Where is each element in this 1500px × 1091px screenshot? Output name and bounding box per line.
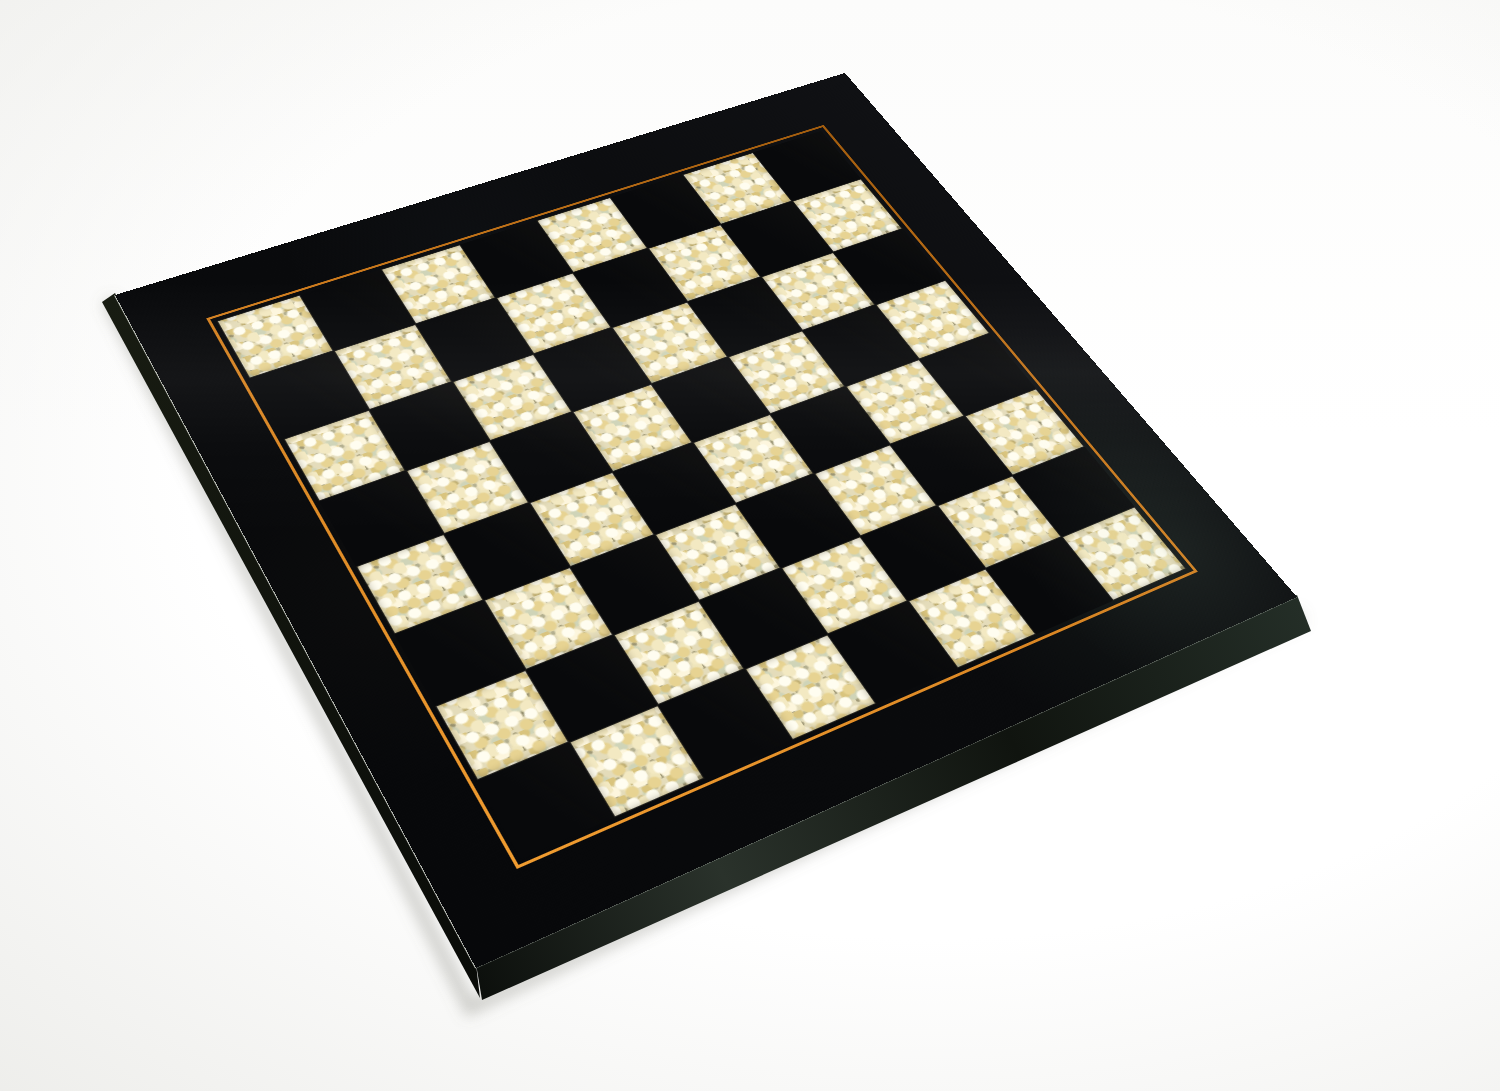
product-photo — [0, 0, 1500, 1091]
